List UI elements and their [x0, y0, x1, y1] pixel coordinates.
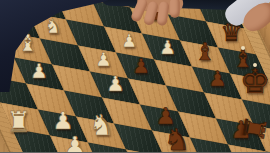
piece-white-rook-captured[interactable]: ♜	[4, 108, 33, 137]
piece-black-pawn-e5[interactable]: ♟	[131, 56, 151, 76]
hand-finger	[170, 0, 180, 18]
piece-white-pawn-f6[interactable]: ♟	[158, 38, 177, 57]
piece-black-king-h5[interactable]: ♚	[238, 64, 270, 98]
piece-black-rook-captured[interactable]: ♜	[237, 112, 270, 146]
moving-hand	[124, 0, 192, 39]
piece-white-knight-c2[interactable]: ♞	[87, 111, 116, 140]
hand-finger	[156, 1, 169, 26]
piece-white-pawn-b1[interactable]: ♟	[62, 133, 88, 152]
piece-white-pawn-b4[interactable]: ♟	[29, 61, 49, 81]
piece-white-pawn-e6[interactable]: ♟	[120, 32, 138, 50]
piece-black-pawn-g5[interactable]: ♟	[207, 69, 228, 90]
light-finial-tip	[241, 46, 245, 50]
piece-black-bishop-g6[interactable]: ♝	[193, 40, 217, 64]
piece-black-knight-e2[interactable]: ♞	[162, 125, 192, 152]
piece-white-pawn-d4[interactable]: ♟	[105, 74, 126, 95]
piece-white-pawn-d5[interactable]: ♟	[94, 50, 113, 69]
chess-photo-scene: ♞♝♟♟♟♟♟♟♞♟♞♛♝♝♟♚♟♟♟♞♜♜	[0, 0, 270, 152]
piece-white-pawn-b2[interactable]: ♟	[51, 109, 75, 133]
light-finial-tip	[253, 63, 257, 67]
square-h2[interactable]	[266, 152, 270, 153]
